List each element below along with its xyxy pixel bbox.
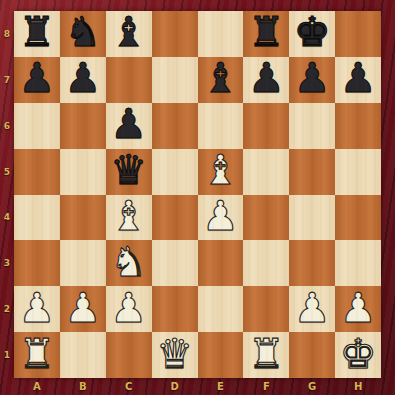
square-b1[interactable] xyxy=(60,332,106,378)
square-f2[interactable] xyxy=(243,286,289,332)
square-c1[interactable] xyxy=(106,332,152,378)
square-a1[interactable]: ♜ xyxy=(14,332,60,378)
file-label-c: C xyxy=(106,378,152,395)
square-f4[interactable] xyxy=(243,195,289,241)
rank-label-8: 8 xyxy=(0,11,14,57)
piece-black-bishop: ♝ xyxy=(110,12,147,53)
piece-white-pawn: ♟ xyxy=(64,288,101,329)
square-h5[interactable] xyxy=(335,149,381,195)
square-g7[interactable]: ♟ xyxy=(289,57,335,103)
piece-black-pawn: ♟ xyxy=(340,58,377,99)
rank-label-6: 6 xyxy=(0,103,14,149)
square-a8[interactable]: ♜ xyxy=(14,11,60,57)
piece-white-bishop: ♝ xyxy=(202,150,239,191)
chess-board: ♜♞♝♜♚♟♟♝♟♟♟♟♛♝♝♟♞♟♟♟♟♟♜♛♜♚ xyxy=(14,11,381,378)
square-a5[interactable] xyxy=(14,149,60,195)
piece-black-pawn: ♟ xyxy=(64,58,101,99)
square-f6[interactable] xyxy=(243,103,289,149)
piece-white-pawn: ♟ xyxy=(340,288,377,329)
piece-black-bishop: ♝ xyxy=(202,58,239,99)
piece-white-king: ♚ xyxy=(340,334,377,375)
piece-black-pawn: ♟ xyxy=(110,104,147,145)
square-d2[interactable] xyxy=(152,286,198,332)
square-d6[interactable] xyxy=(152,103,198,149)
square-c4[interactable]: ♝ xyxy=(106,195,152,241)
square-f5[interactable] xyxy=(243,149,289,195)
piece-white-pawn: ♟ xyxy=(294,288,331,329)
square-f8[interactable]: ♜ xyxy=(243,11,289,57)
square-f1[interactable]: ♜ xyxy=(243,332,289,378)
square-b7[interactable]: ♟ xyxy=(60,57,106,103)
square-d5[interactable] xyxy=(152,149,198,195)
piece-white-pawn: ♟ xyxy=(19,288,56,329)
file-label-h: H xyxy=(335,378,381,395)
piece-black-pawn: ♟ xyxy=(248,58,285,99)
rank-label-3: 3 xyxy=(0,240,14,286)
square-g8[interactable]: ♚ xyxy=(289,11,335,57)
square-h3[interactable] xyxy=(335,240,381,286)
square-d4[interactable] xyxy=(152,195,198,241)
square-h4[interactable] xyxy=(335,195,381,241)
file-label-d: D xyxy=(152,378,198,395)
square-h6[interactable] xyxy=(335,103,381,149)
file-label-f: F xyxy=(243,378,289,395)
rank-label-4: 4 xyxy=(0,195,14,241)
file-label-a: A xyxy=(14,378,60,395)
square-b3[interactable] xyxy=(60,240,106,286)
square-c7[interactable] xyxy=(106,57,152,103)
square-h7[interactable]: ♟ xyxy=(335,57,381,103)
square-g6[interactable] xyxy=(289,103,335,149)
file-label-e: E xyxy=(198,378,244,395)
rank-label-7: 7 xyxy=(0,57,14,103)
square-d7[interactable] xyxy=(152,57,198,103)
piece-black-rook: ♜ xyxy=(19,12,56,53)
piece-white-bishop: ♝ xyxy=(110,196,147,237)
square-b6[interactable] xyxy=(60,103,106,149)
rank-label-5: 5 xyxy=(0,149,14,195)
square-e3[interactable] xyxy=(198,240,244,286)
square-h8[interactable] xyxy=(335,11,381,57)
piece-white-rook: ♜ xyxy=(248,334,285,375)
piece-black-pawn: ♟ xyxy=(294,58,331,99)
square-e6[interactable] xyxy=(198,103,244,149)
square-e8[interactable] xyxy=(198,11,244,57)
piece-white-queen: ♛ xyxy=(156,334,193,375)
square-h1[interactable]: ♚ xyxy=(335,332,381,378)
square-a7[interactable]: ♟ xyxy=(14,57,60,103)
piece-black-knight: ♞ xyxy=(64,12,101,53)
square-a6[interactable] xyxy=(14,103,60,149)
square-h2[interactable]: ♟ xyxy=(335,286,381,332)
square-a2[interactable]: ♟ xyxy=(14,286,60,332)
square-b2[interactable]: ♟ xyxy=(60,286,106,332)
square-a4[interactable] xyxy=(14,195,60,241)
square-e5[interactable]: ♝ xyxy=(198,149,244,195)
square-b5[interactable] xyxy=(60,149,106,195)
square-f3[interactable] xyxy=(243,240,289,286)
square-g2[interactable]: ♟ xyxy=(289,286,335,332)
piece-black-queen: ♛ xyxy=(110,150,147,191)
chessboard-window: ♜♞♝♜♚♟♟♝♟♟♟♟♛♝♝♟♞♟♟♟♟♟♜♛♜♚ 87654321 ABCD… xyxy=(0,0,395,395)
square-c5[interactable]: ♛ xyxy=(106,149,152,195)
file-label-g: G xyxy=(289,378,335,395)
rank-label-2: 2 xyxy=(0,286,14,332)
square-g4[interactable] xyxy=(289,195,335,241)
file-label-b: B xyxy=(60,378,106,395)
piece-white-rook: ♜ xyxy=(19,334,56,375)
square-e7[interactable]: ♝ xyxy=(198,57,244,103)
square-d1[interactable]: ♛ xyxy=(152,332,198,378)
square-b8[interactable]: ♞ xyxy=(60,11,106,57)
piece-black-rook: ♜ xyxy=(248,12,285,53)
square-c3[interactable]: ♞ xyxy=(106,240,152,286)
square-g5[interactable] xyxy=(289,149,335,195)
square-a3[interactable] xyxy=(14,240,60,286)
square-c6[interactable]: ♟ xyxy=(106,103,152,149)
piece-white-pawn: ♟ xyxy=(202,196,239,237)
square-g1[interactable] xyxy=(289,332,335,378)
square-g3[interactable] xyxy=(289,240,335,286)
square-d8[interactable] xyxy=(152,11,198,57)
square-e4[interactable]: ♟ xyxy=(198,195,244,241)
square-e2[interactable] xyxy=(198,286,244,332)
piece-black-king: ♚ xyxy=(294,12,331,53)
square-c8[interactable]: ♝ xyxy=(106,11,152,57)
square-f7[interactable]: ♟ xyxy=(243,57,289,103)
piece-black-pawn: ♟ xyxy=(19,58,56,99)
square-e1[interactable] xyxy=(198,332,244,378)
square-d3[interactable] xyxy=(152,240,198,286)
piece-white-pawn: ♟ xyxy=(110,288,147,329)
square-b4[interactable] xyxy=(60,195,106,241)
rank-label-1: 1 xyxy=(0,332,14,378)
piece-white-knight: ♞ xyxy=(110,242,147,283)
square-c2[interactable]: ♟ xyxy=(106,286,152,332)
